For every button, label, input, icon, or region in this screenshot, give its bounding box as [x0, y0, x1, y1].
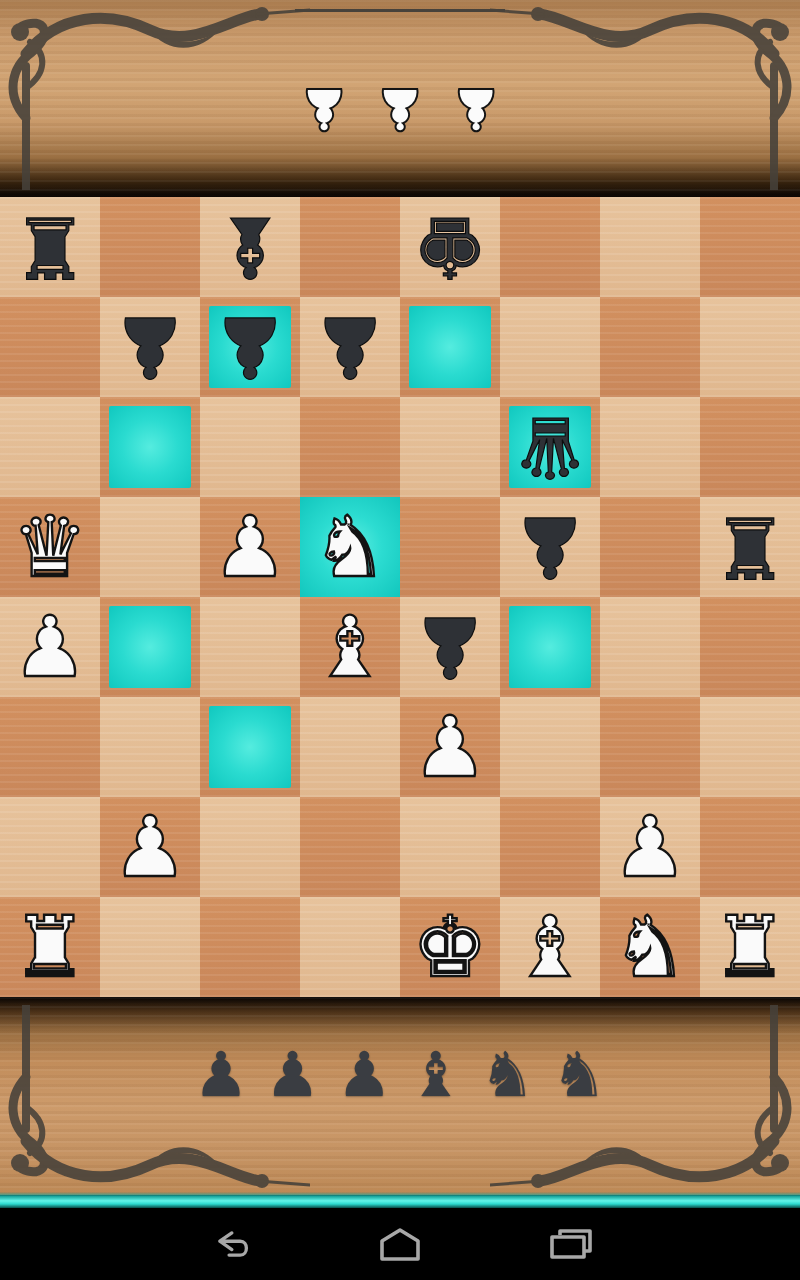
home-icon [375, 1226, 425, 1262]
square-f1[interactable]: ♝ [500, 897, 600, 997]
square-d7[interactable]: ♟ [300, 297, 400, 397]
piece-black-rook[interactable]: ♜ [700, 497, 800, 597]
piece-black-pawn[interactable]: ♟ [200, 297, 300, 397]
square-a2[interactable] [0, 797, 100, 897]
captured-black-tray: ♟♟♟♝♞♞ [0, 1030, 800, 1120]
square-e4[interactable]: ♟ [400, 597, 500, 697]
back-icon [206, 1227, 254, 1261]
square-h3[interactable] [700, 697, 800, 797]
square-d1[interactable] [300, 897, 400, 997]
square-c4[interactable] [200, 597, 300, 697]
square-h5[interactable]: ♜ [700, 497, 800, 597]
square-f4[interactable] [500, 597, 600, 697]
captured-black-pawn: ♟ [193, 1030, 249, 1120]
square-c8[interactable]: ♝ [200, 197, 300, 297]
square-c5[interactable]: ♟ [200, 497, 300, 597]
piece-white-bishop[interactable]: ♝ [500, 897, 600, 997]
square-d5[interactable]: ♞ [300, 497, 400, 597]
recents-icon [545, 1226, 595, 1262]
captured-white-pawn: ♟ [298, 74, 350, 144]
piece-black-king[interactable]: ♚ [400, 197, 500, 297]
piece-black-bishop[interactable]: ♝ [200, 197, 300, 297]
piece-black-pawn[interactable]: ♟ [400, 597, 500, 697]
captured-white-tray: ♟♟♟ [0, 74, 800, 144]
captured-black-pawn: ♟ [265, 1030, 321, 1120]
piece-white-king[interactable]: ♚ [400, 897, 500, 997]
square-g1[interactable]: ♞ [600, 897, 700, 997]
square-c2[interactable] [200, 797, 300, 897]
square-e6[interactable] [400, 397, 500, 497]
square-f7[interactable] [500, 297, 600, 397]
piece-white-pawn[interactable]: ♟ [0, 597, 100, 697]
square-a3[interactable] [0, 697, 100, 797]
square-c7[interactable]: ♟ [200, 297, 300, 397]
captured-white-pawn: ♟ [450, 74, 502, 144]
square-c3[interactable] [200, 697, 300, 797]
piece-white-knight[interactable]: ♞ [600, 897, 700, 997]
move-target-highlight [109, 406, 191, 488]
piece-white-pawn[interactable]: ♟ [100, 797, 200, 897]
square-b5[interactable] [100, 497, 200, 597]
square-d8[interactable] [300, 197, 400, 297]
square-f6[interactable]: ♛ [500, 397, 600, 497]
square-e7[interactable] [400, 297, 500, 397]
border-line [295, 9, 505, 12]
square-a6[interactable] [0, 397, 100, 497]
square-h7[interactable] [700, 297, 800, 397]
square-b2[interactable]: ♟ [100, 797, 200, 897]
square-g7[interactable] [600, 297, 700, 397]
move-target-highlight [409, 306, 491, 388]
captured-black-knight: ♞ [480, 1030, 536, 1120]
move-target-highlight [109, 606, 191, 688]
square-a5[interactable]: ♛ [0, 497, 100, 597]
android-navbar [0, 1208, 800, 1280]
square-e5[interactable] [400, 497, 500, 597]
square-g4[interactable] [600, 597, 700, 697]
captured-black-pawn: ♟ [336, 1030, 392, 1120]
square-a1[interactable]: ♜ [0, 897, 100, 997]
piece-white-queen[interactable]: ♛ [0, 497, 100, 597]
square-f8[interactable] [500, 197, 600, 297]
square-b4[interactable] [100, 597, 200, 697]
square-d6[interactable] [300, 397, 400, 497]
piece-white-knight[interactable]: ♞ [300, 497, 400, 597]
piece-white-rook[interactable]: ♜ [700, 897, 800, 997]
square-h6[interactable] [700, 397, 800, 497]
back-button[interactable] [204, 1224, 256, 1264]
piece-black-queen[interactable]: ♛ [500, 397, 600, 497]
square-a4[interactable]: ♟ [0, 597, 100, 697]
square-a7[interactable] [0, 297, 100, 397]
square-g5[interactable] [600, 497, 700, 597]
top-wood-panel: ♟♟♟ [0, 0, 800, 197]
square-g2[interactable]: ♟ [600, 797, 700, 897]
piece-white-bishop[interactable]: ♝ [300, 597, 400, 697]
move-target-highlight [209, 706, 291, 788]
square-e8[interactable]: ♚ [400, 197, 500, 297]
square-g6[interactable] [600, 397, 700, 497]
square-b6[interactable] [100, 397, 200, 497]
move-target-highlight [509, 606, 591, 688]
square-d3[interactable] [300, 697, 400, 797]
square-d2[interactable] [300, 797, 400, 897]
square-b1[interactable] [100, 897, 200, 997]
square-g8[interactable] [600, 197, 700, 297]
square-e1[interactable]: ♚ [400, 897, 500, 997]
square-d4[interactable]: ♝ [300, 597, 400, 697]
square-f3[interactable] [500, 697, 600, 797]
piece-white-rook[interactable]: ♜ [0, 897, 100, 997]
square-h8[interactable] [700, 197, 800, 297]
square-h4[interactable] [700, 597, 800, 697]
accent-glow-line [0, 1192, 800, 1208]
square-b3[interactable] [100, 697, 200, 797]
square-e2[interactable] [400, 797, 500, 897]
square-c1[interactable] [200, 897, 300, 997]
piece-white-pawn[interactable]: ♟ [400, 697, 500, 797]
square-e3[interactable]: ♟ [400, 697, 500, 797]
square-h1[interactable]: ♜ [700, 897, 800, 997]
square-f2[interactable] [500, 797, 600, 897]
square-h2[interactable] [700, 797, 800, 897]
chess-board: ♜♝♚♟♟♟♛♛♟♞♟♜♟♝♟♟♟♟♜♚♝♞♜ [0, 197, 800, 997]
square-g3[interactable] [600, 697, 700, 797]
square-b7[interactable]: ♟ [100, 297, 200, 397]
captured-black-bishop: ♝ [408, 1030, 464, 1120]
piece-white-pawn[interactable]: ♟ [200, 497, 300, 597]
square-c6[interactable] [200, 397, 300, 497]
piece-black-pawn[interactable]: ♟ [300, 297, 400, 397]
captured-black-knight: ♞ [551, 1030, 607, 1120]
captured-white-pawn: ♟ [374, 74, 426, 144]
square-b8[interactable] [100, 197, 200, 297]
square-a8[interactable]: ♜ [0, 197, 100, 297]
piece-black-pawn[interactable]: ♟ [100, 297, 200, 397]
piece-black-pawn[interactable]: ♟ [500, 497, 600, 597]
square-f5[interactable]: ♟ [500, 497, 600, 597]
home-button[interactable] [374, 1224, 426, 1264]
piece-black-rook[interactable]: ♜ [0, 197, 100, 297]
recents-button[interactable] [544, 1224, 596, 1264]
piece-white-pawn[interactable]: ♟ [600, 797, 700, 897]
